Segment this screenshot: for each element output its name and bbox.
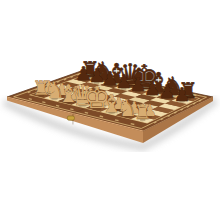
chess-board-svg: ♜♟♞♟♝♟♛♟♚♟♝♟♟♞♜♟♟♜♞♟♟♝♟♛♟♚♟♝♟♞♟♜ bbox=[0, 0, 220, 220]
notation-mark bbox=[199, 100, 201, 101]
clasp bbox=[67, 116, 74, 120]
piece-white-rook: ♜ bbox=[134, 100, 152, 124]
notation-mark bbox=[193, 103, 195, 104]
piece-black-pawn: ♟ bbox=[174, 83, 191, 105]
product-photo: ♜♟♞♟♝♟♛♟♚♟♝♟♟♞♜♟♟♜♞♟♟♝♟♛♟♚♟♝♟♞♟♜ bbox=[0, 0, 220, 220]
notation-mark bbox=[71, 77, 73, 78]
